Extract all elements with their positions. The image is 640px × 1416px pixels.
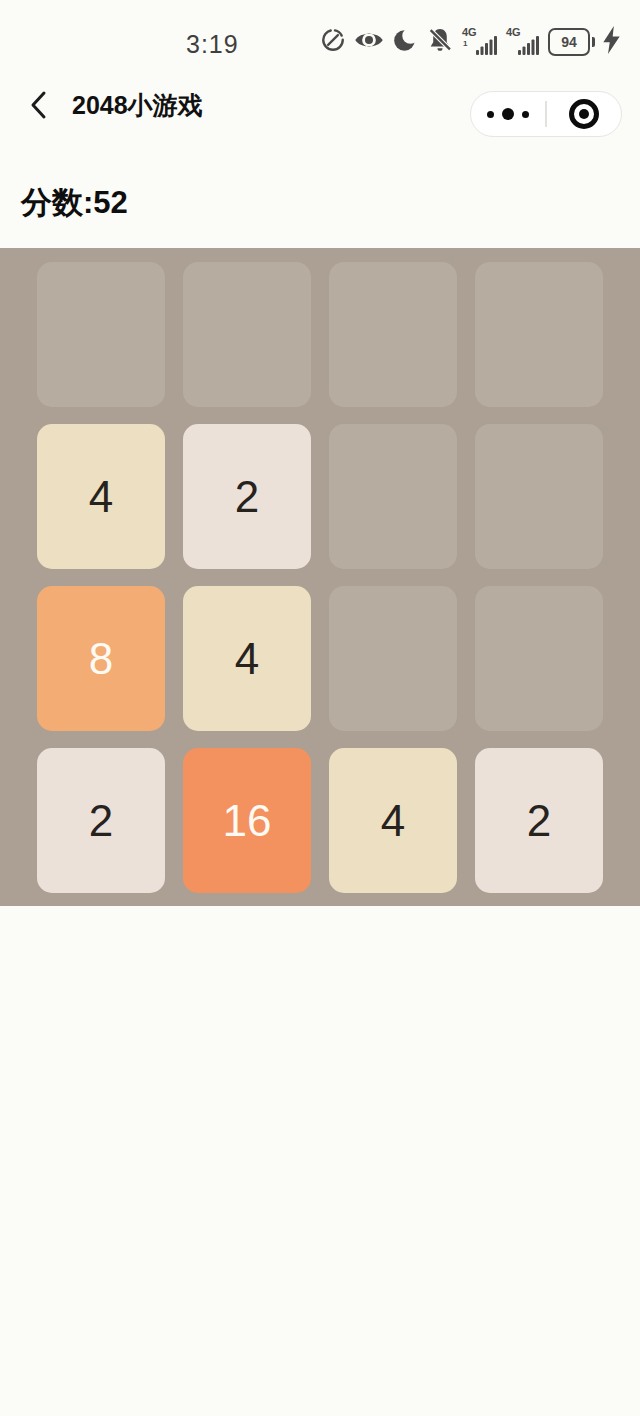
record-circle-icon xyxy=(320,27,346,57)
more-button[interactable] xyxy=(471,92,545,136)
target-circle-icon xyxy=(569,99,599,129)
cell-empty xyxy=(37,262,165,407)
tile-8: 8 xyxy=(37,586,165,731)
battery-icon: 94 xyxy=(548,28,595,56)
page-title: 2048小游戏 xyxy=(72,90,203,120)
back-button[interactable] xyxy=(24,88,54,122)
score-bar: 分数:52 xyxy=(0,152,640,248)
chevron-left-icon xyxy=(28,89,50,121)
battery-percent: 94 xyxy=(561,35,577,49)
tile-2: 2 xyxy=(37,748,165,893)
tile-2: 2 xyxy=(475,748,603,893)
clock-time: 3:19 xyxy=(186,30,239,59)
screen: 3:19 xyxy=(0,0,640,1416)
battery-nub xyxy=(592,37,595,47)
cell-empty xyxy=(475,262,603,407)
game-board[interactable]: 428421642 xyxy=(0,248,640,906)
bell-muted-icon xyxy=(426,26,454,58)
board-grid: 428421642 xyxy=(0,248,640,907)
charging-bolt-icon xyxy=(603,26,620,58)
eye-icon xyxy=(354,28,384,56)
tile-4: 4 xyxy=(37,424,165,569)
moon-icon xyxy=(392,27,418,57)
status-icons: 4G 1 4G xyxy=(320,24,620,60)
signal-sim1-icon: 4G 1 xyxy=(462,27,498,57)
signal-sim2-icon: 4G xyxy=(506,27,540,57)
tile-4: 4 xyxy=(329,748,457,893)
cell-empty xyxy=(329,424,457,569)
exit-button[interactable] xyxy=(547,92,621,136)
tile-16: 16 xyxy=(183,748,311,893)
empty-area xyxy=(0,906,640,1416)
more-dots-icon xyxy=(487,108,529,120)
cell-empty xyxy=(183,262,311,407)
score-text: 分数:52 xyxy=(21,186,128,220)
tile-4: 4 xyxy=(183,586,311,731)
nav-bar: 2048小游戏 xyxy=(0,76,640,152)
cell-empty xyxy=(475,424,603,569)
cell-empty xyxy=(329,262,457,407)
miniprogram-capsule xyxy=(470,91,622,137)
status-bar: 3:19 xyxy=(0,0,640,76)
cell-empty xyxy=(475,586,603,731)
tile-2: 2 xyxy=(183,424,311,569)
cell-empty xyxy=(329,586,457,731)
